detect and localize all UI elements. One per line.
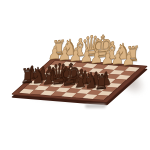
product-photo: ♜♞♝♛♚♝♞♜♟♟♟♟♟♟♟♟♟♟♟♟♟♟♟♟♜♞♝♛♚♝♞♜ xyxy=(0,0,150,150)
piece-black-rook[interactable]: ♜ xyxy=(94,72,110,93)
pieces-layer: ♜♞♝♛♚♝♞♜♟♟♟♟♟♟♟♟♟♟♟♟♟♟♟♟♜♞♝♛♚♝♞♜ xyxy=(0,0,150,150)
watermark-smudge xyxy=(85,104,106,108)
piece-white-pawn[interactable]: ♟ xyxy=(121,50,135,69)
